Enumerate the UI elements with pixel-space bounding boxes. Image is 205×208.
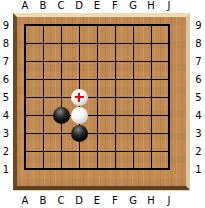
point-B5[interactable] bbox=[34, 88, 52, 106]
coord-label-right-1: 1 bbox=[193, 164, 204, 175]
coord-label-left-2: 2 bbox=[1, 146, 12, 157]
coord-label-left-6: 6 bbox=[1, 74, 12, 85]
point-C4 bbox=[52, 106, 70, 124]
point-C1[interactable] bbox=[52, 160, 70, 178]
point-J3[interactable] bbox=[160, 124, 178, 142]
point-H3[interactable] bbox=[142, 124, 160, 142]
point-E1[interactable] bbox=[88, 160, 106, 178]
point-B8[interactable] bbox=[34, 34, 52, 52]
point-H6[interactable] bbox=[142, 70, 160, 88]
point-C7[interactable] bbox=[52, 52, 70, 70]
point-G1[interactable] bbox=[124, 160, 142, 178]
point-H9[interactable] bbox=[142, 16, 160, 34]
point-A2[interactable] bbox=[16, 142, 34, 160]
coord-label-top-H: H bbox=[146, 0, 157, 11]
point-G9[interactable] bbox=[124, 16, 142, 34]
point-A3[interactable] bbox=[16, 124, 34, 142]
point-H4[interactable] bbox=[142, 106, 160, 124]
point-B4[interactable] bbox=[34, 106, 52, 124]
point-H7[interactable] bbox=[142, 52, 160, 70]
point-C3[interactable] bbox=[52, 124, 70, 142]
point-H2[interactable] bbox=[142, 142, 160, 160]
coord-label-top-F: F bbox=[110, 0, 121, 11]
coord-label-left-3: 3 bbox=[1, 128, 12, 139]
coord-label-top-G: G bbox=[128, 0, 139, 11]
coord-label-right-5: 5 bbox=[193, 92, 204, 103]
point-J2[interactable] bbox=[160, 142, 178, 160]
coord-label-left-7: 7 bbox=[1, 56, 12, 67]
coord-label-top-C: C bbox=[56, 0, 67, 11]
coord-label-bottom-E: E bbox=[92, 195, 103, 206]
coord-label-right-4: 4 bbox=[193, 110, 204, 121]
point-J5[interactable] bbox=[160, 88, 178, 106]
coord-label-bottom-F: F bbox=[110, 195, 121, 206]
coord-label-bottom-B: B bbox=[38, 195, 49, 206]
point-D3 bbox=[70, 124, 88, 142]
point-G4[interactable] bbox=[124, 106, 142, 124]
coord-label-left-9: 9 bbox=[1, 20, 12, 31]
point-C9[interactable] bbox=[52, 16, 70, 34]
point-G5[interactable] bbox=[124, 88, 142, 106]
goban-intersections[interactable] bbox=[16, 16, 178, 178]
point-F9[interactable] bbox=[106, 16, 124, 34]
point-A6[interactable] bbox=[16, 70, 34, 88]
point-J9[interactable] bbox=[160, 16, 178, 34]
point-J8[interactable] bbox=[160, 34, 178, 52]
point-C6[interactable] bbox=[52, 70, 70, 88]
point-A4[interactable] bbox=[16, 106, 34, 124]
coord-label-left-1: 1 bbox=[1, 164, 12, 175]
point-F5[interactable] bbox=[106, 88, 124, 106]
coord-label-bottom-H: H bbox=[146, 195, 157, 206]
point-E5[interactable] bbox=[88, 88, 106, 106]
point-C8[interactable] bbox=[52, 34, 70, 52]
coord-label-left-5: 5 bbox=[1, 92, 12, 103]
point-A7[interactable] bbox=[16, 52, 34, 70]
point-A9[interactable] bbox=[16, 16, 34, 34]
point-J6[interactable] bbox=[160, 70, 178, 88]
point-B2[interactable] bbox=[34, 142, 52, 160]
point-B3[interactable] bbox=[34, 124, 52, 142]
point-B1[interactable] bbox=[34, 160, 52, 178]
point-F2[interactable] bbox=[106, 142, 124, 160]
point-C2[interactable] bbox=[52, 142, 70, 160]
point-F7[interactable] bbox=[106, 52, 124, 70]
point-A8[interactable] bbox=[16, 34, 34, 52]
point-B7[interactable] bbox=[34, 52, 52, 70]
coord-label-left-4: 4 bbox=[1, 110, 12, 121]
point-E9[interactable] bbox=[88, 16, 106, 34]
coord-label-right-3: 3 bbox=[193, 128, 204, 139]
point-E7[interactable] bbox=[88, 52, 106, 70]
point-G6[interactable] bbox=[124, 70, 142, 88]
point-B6[interactable] bbox=[34, 70, 52, 88]
point-E2[interactable] bbox=[88, 142, 106, 160]
coord-label-top-D: D bbox=[74, 0, 85, 11]
point-E3[interactable] bbox=[88, 124, 106, 142]
point-A5[interactable] bbox=[16, 88, 34, 106]
coord-label-bottom-G: G bbox=[128, 195, 139, 206]
point-D2[interactable] bbox=[70, 142, 88, 160]
coord-label-left-8: 8 bbox=[1, 38, 12, 49]
black-stone-D3 bbox=[71, 125, 88, 142]
coord-label-right-7: 7 bbox=[193, 56, 204, 67]
white-stone-D4 bbox=[71, 107, 88, 124]
point-E4[interactable] bbox=[88, 106, 106, 124]
point-H8[interactable] bbox=[142, 34, 160, 52]
point-D1[interactable] bbox=[70, 160, 88, 178]
point-H1[interactable] bbox=[142, 160, 160, 178]
point-D5 bbox=[70, 88, 88, 106]
point-J7[interactable] bbox=[160, 52, 178, 70]
point-F1[interactable] bbox=[106, 160, 124, 178]
point-F3[interactable] bbox=[106, 124, 124, 142]
point-D7[interactable] bbox=[70, 52, 88, 70]
point-D4 bbox=[70, 106, 88, 124]
point-H5[interactable] bbox=[142, 88, 160, 106]
point-F8[interactable] bbox=[106, 34, 124, 52]
point-E8[interactable] bbox=[88, 34, 106, 52]
coord-label-right-6: 6 bbox=[193, 74, 204, 85]
point-D6[interactable] bbox=[70, 70, 88, 88]
point-G2[interactable] bbox=[124, 142, 142, 160]
point-J4[interactable] bbox=[160, 106, 178, 124]
point-C5[interactable] bbox=[52, 88, 70, 106]
coord-label-bottom-D: D bbox=[74, 195, 85, 206]
coord-label-top-A: A bbox=[20, 0, 31, 11]
point-D8[interactable] bbox=[70, 34, 88, 52]
point-E6[interactable] bbox=[88, 70, 106, 88]
point-G7[interactable] bbox=[124, 52, 142, 70]
go-board-diagram: AABBCCDDEEFFGGHHJJ998877665544332211 bbox=[0, 0, 205, 208]
point-G3[interactable] bbox=[124, 124, 142, 142]
coord-label-bottom-C: C bbox=[56, 195, 67, 206]
coord-label-bottom-A: A bbox=[20, 195, 31, 206]
coord-label-top-J: J bbox=[164, 0, 175, 11]
point-F6[interactable] bbox=[106, 70, 124, 88]
point-J1[interactable] bbox=[160, 160, 178, 178]
coord-label-right-2: 2 bbox=[193, 146, 204, 157]
white-stone-D5 bbox=[71, 89, 88, 106]
point-F4[interactable] bbox=[106, 106, 124, 124]
coord-label-right-8: 8 bbox=[193, 38, 204, 49]
point-G8[interactable] bbox=[124, 34, 142, 52]
point-D9[interactable] bbox=[70, 16, 88, 34]
coord-label-right-9: 9 bbox=[193, 20, 204, 31]
black-stone-C4 bbox=[53, 107, 70, 124]
coord-label-top-E: E bbox=[92, 0, 103, 11]
point-A1[interactable] bbox=[16, 160, 34, 178]
coord-label-top-B: B bbox=[38, 0, 49, 11]
coord-label-bottom-J: J bbox=[164, 195, 175, 206]
point-B9[interactable] bbox=[34, 16, 52, 34]
